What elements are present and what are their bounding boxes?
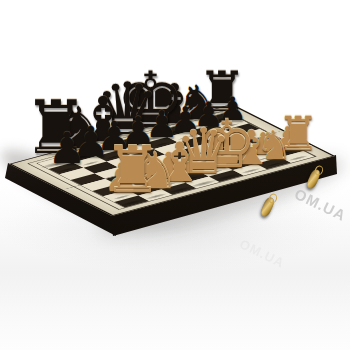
chess-set-photo: ♜♞♝♛♚♝♞♜♟♟♟♟♟♟♟♟♟♟♟♟♟♟♟♟♜♞♝♛♚♝♞♜ OM.UA O… xyxy=(0,0,350,350)
black-rook-icon: ♜ xyxy=(162,64,282,120)
